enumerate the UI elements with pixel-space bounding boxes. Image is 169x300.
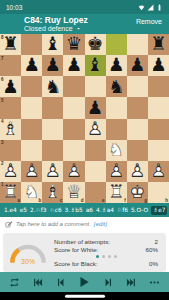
- square-h8[interactable]: ♜: [148, 34, 169, 55]
- black-pawn[interactable]: ♟: [21, 55, 42, 76]
- rank-label: 7: [1, 56, 4, 61]
- stat-value: 60%: [146, 246, 158, 253]
- stat-label: Score for Black:: [54, 260, 98, 267]
- square-e2[interactable]: [85, 161, 106, 182]
- square-a8[interactable]: 8♜: [0, 34, 21, 55]
- white-pawn[interactable]: ♙: [0, 161, 21, 182]
- square-a3[interactable]: 3: [0, 140, 21, 161]
- square-g8[interactable]: [127, 34, 148, 55]
- black-pawn[interactable]: ♟: [127, 55, 148, 76]
- white-pawn[interactable]: ♙: [42, 161, 63, 182]
- white-queen[interactable]: ♕: [63, 182, 84, 203]
- square-d3[interactable]: [63, 140, 84, 161]
- move-token[interactable]: a6: [86, 207, 93, 213]
- square-g1[interactable]: g♔: [127, 182, 148, 203]
- step-back-button[interactable]: [55, 277, 66, 288]
- black-pawn[interactable]: ♟: [106, 55, 127, 76]
- system-nav-bar: [0, 292, 169, 300]
- square-b1[interactable]: b♘: [21, 182, 42, 203]
- square-f3[interactable]: ♘: [106, 140, 127, 161]
- stat-value: 2: [155, 238, 158, 245]
- status-time: 10:03: [6, 4, 22, 11]
- square-g2[interactable]: ♙: [127, 161, 148, 182]
- square-h1[interactable]: h: [148, 182, 169, 203]
- rank-label: 5: [1, 98, 4, 103]
- move-token[interactable]: e5: [20, 207, 27, 213]
- black-king[interactable]: ♚: [85, 34, 106, 55]
- variation-selector[interactable]: Closed defence: [24, 25, 169, 32]
- square-b5[interactable]: [21, 97, 42, 118]
- step-forward-button[interactable]: [103, 277, 114, 288]
- move-token[interactable]: ♘f6: [117, 207, 128, 213]
- move-token[interactable]: 2.♘f3: [30, 207, 46, 213]
- square-f4[interactable]: [106, 119, 127, 140]
- square-d6[interactable]: [63, 76, 84, 97]
- move-token[interactable]: ♗e7: [151, 206, 167, 215]
- square-a7[interactable]: 7: [0, 55, 21, 76]
- square-c3[interactable]: [42, 140, 63, 161]
- gauge-value: 30%: [7, 258, 49, 265]
- square-e7[interactable]: ♝: [85, 55, 106, 76]
- white-pawn[interactable]: ♙: [127, 161, 148, 182]
- square-c8[interactable]: ♝: [42, 34, 63, 55]
- status-icons: [138, 4, 163, 11]
- square-e5[interactable]: ♟: [85, 97, 106, 118]
- square-f1[interactable]: f♖: [106, 182, 127, 203]
- stat-attempts: Number of attempts: 2: [54, 238, 158, 245]
- move-token[interactable]: 1.e4: [4, 207, 17, 213]
- white-pawn[interactable]: ♙: [21, 161, 42, 182]
- stat-score-white: Score for White: 60%: [54, 246, 158, 253]
- chevron-down-icon: [75, 25, 82, 32]
- header: C84: Ruy Lopez Closed defence Remove: [0, 14, 169, 34]
- square-d8[interactable]: ♛: [63, 34, 84, 55]
- square-e4[interactable]: ♙: [85, 119, 106, 140]
- score-gauge: 30%: [7, 240, 49, 266]
- square-f7[interactable]: ♟: [106, 55, 127, 76]
- square-c1[interactable]: c♗: [42, 182, 63, 203]
- white-knight[interactable]: ♘: [106, 140, 127, 161]
- square-e1[interactable]: e: [85, 182, 106, 203]
- stat-label: Score for White:: [54, 246, 98, 253]
- black-pawn[interactable]: ♟: [148, 55, 169, 76]
- square-b8[interactable]: [21, 34, 42, 55]
- square-g4[interactable]: [127, 119, 148, 140]
- black-bishop[interactable]: ♝: [42, 34, 63, 55]
- move-token[interactable]: 4.♗a4: [96, 207, 114, 213]
- black-pawn[interactable]: ♟: [42, 55, 63, 76]
- page-indicator-dots: [54, 255, 158, 259]
- move-token[interactable]: ♘c6: [50, 207, 62, 213]
- black-rook[interactable]: ♜: [0, 34, 21, 55]
- move-list: 1.e4e52.♘f3♘c63.♗b5a64.♗a4♘f65.O-O♗e7: [0, 203, 169, 217]
- wifi-icon: [138, 4, 145, 11]
- square-b3[interactable]: [21, 140, 42, 161]
- repeat-icon[interactable]: [9, 277, 20, 288]
- square-c7[interactable]: ♟: [42, 55, 63, 76]
- square-b6[interactable]: [21, 76, 42, 97]
- square-a5[interactable]: 5: [0, 97, 21, 118]
- square-d7[interactable]: ♟: [63, 55, 84, 76]
- square-e8[interactable]: ♚: [85, 34, 106, 55]
- square-g3[interactable]: [127, 140, 148, 161]
- black-pawn[interactable]: ♟: [63, 55, 84, 76]
- edit-comment-link[interactable]: [edit]: [94, 221, 107, 227]
- white-rook[interactable]: ♖: [106, 182, 127, 203]
- square-g5[interactable]: [127, 97, 148, 118]
- white-knight[interactable]: ♘: [21, 182, 42, 203]
- white-king[interactable]: ♔: [127, 182, 148, 203]
- black-knight[interactable]: ♞: [42, 76, 63, 97]
- square-a4[interactable]: 4♗: [0, 119, 21, 140]
- square-h6[interactable]: [148, 76, 169, 97]
- square-b7[interactable]: ♟: [21, 55, 42, 76]
- stat-rows: Number of attempts: 2 Score for White: 6…: [54, 238, 158, 268]
- square-d2[interactable]: ♙: [63, 161, 84, 182]
- square-f6[interactable]: ♞: [106, 76, 127, 97]
- white-pawn[interactable]: ♙: [63, 161, 84, 182]
- white-pawn[interactable]: ♙: [106, 161, 127, 182]
- battery-icon: [156, 4, 163, 11]
- square-g6[interactable]: [127, 76, 148, 97]
- square-b4[interactable]: [21, 119, 42, 140]
- cell-signal-icon: [147, 4, 154, 11]
- file-label: e: [102, 198, 105, 203]
- square-e6[interactable]: [85, 76, 106, 97]
- app-screen: 10:03 C84: Ruy Lopez Closed defence Remo…: [0, 0, 169, 300]
- remove-button[interactable]: Remove: [136, 18, 162, 25]
- square-c2[interactable]: ♙: [42, 161, 63, 182]
- white-bishop[interactable]: ♗: [42, 182, 63, 203]
- square-h5[interactable]: [148, 97, 169, 118]
- rank-label: 3: [1, 140, 4, 145]
- square-f5[interactable]: [106, 97, 127, 118]
- stats-section: 30% Number of attempts: 2 Score for Whit…: [0, 231, 169, 272]
- square-g7[interactable]: ♟: [127, 55, 148, 76]
- square-h2[interactable]: ♙: [148, 161, 169, 182]
- square-a1[interactable]: 1a♖: [0, 182, 21, 203]
- page-dot: [102, 255, 105, 258]
- square-d4[interactable]: [63, 119, 84, 140]
- more-options-button[interactable]: [149, 277, 160, 288]
- square-f8[interactable]: [106, 34, 127, 55]
- variation-name: Closed defence: [24, 25, 73, 32]
- page-dot: [96, 255, 99, 258]
- stat-value: 0%: [149, 260, 158, 267]
- comment-hint: Tap here to add a comment.: [16, 221, 91, 227]
- black-rook[interactable]: ♜: [148, 34, 169, 55]
- white-pawn[interactable]: ♙: [85, 119, 106, 140]
- square-f2[interactable]: ♙: [106, 161, 127, 182]
- skip-to-start-button[interactable]: [32, 277, 43, 288]
- square-c6[interactable]: ♞: [42, 76, 63, 97]
- stats-card: 30% Number of attempts: 2 Score for Whit…: [3, 233, 166, 272]
- square-d1[interactable]: d♕: [63, 182, 84, 203]
- white-pawn[interactable]: ♙: [148, 161, 169, 182]
- square-d5[interactable]: [63, 97, 84, 118]
- move-token[interactable]: 3.♗b5: [65, 207, 83, 213]
- status-bar: 10:03: [0, 0, 169, 14]
- move-token[interactable]: 5.O-O: [131, 207, 148, 213]
- edit-pencil-icon: [5, 220, 13, 228]
- skip-to-end-button[interactable]: [126, 277, 137, 288]
- page-dot: [114, 255, 117, 258]
- home-indicator[interactable]: [65, 295, 105, 298]
- square-e3[interactable]: [85, 140, 106, 161]
- chess-board: 8♜♝♛♚♜7♟♟♟♝♟♟♟6♟♞♞5♟4♗♙3♘2♙♙♙♙♙♙♙1a♖b♘c♗…: [0, 34, 169, 203]
- playback-toolbar: [0, 272, 169, 292]
- white-bishop[interactable]: ♗: [0, 119, 21, 140]
- black-knight[interactable]: ♞: [106, 76, 127, 97]
- white-rook[interactable]: ♖: [0, 182, 21, 203]
- page-dot: [108, 255, 111, 258]
- square-c5[interactable]: [42, 97, 63, 118]
- square-a2[interactable]: 2♙: [0, 161, 21, 182]
- play-button[interactable]: [77, 275, 91, 289]
- square-h7[interactable]: ♟: [148, 55, 169, 76]
- comment-row[interactable]: Tap here to add a comment. [edit]: [0, 217, 169, 231]
- black-pawn[interactable]: ♟: [0, 76, 21, 97]
- black-queen[interactable]: ♛: [63, 34, 84, 55]
- black-pawn[interactable]: ♟: [85, 97, 106, 118]
- square-h4[interactable]: [148, 119, 169, 140]
- square-b2[interactable]: ♙: [21, 161, 42, 182]
- file-label: h: [165, 198, 168, 203]
- black-bishop[interactable]: ♝: [85, 55, 106, 76]
- square-a6[interactable]: 6♟: [0, 76, 21, 97]
- square-h3[interactable]: [148, 140, 169, 161]
- square-c4[interactable]: [42, 119, 63, 140]
- stat-score-black: Score for Black: 0%: [54, 260, 158, 267]
- stat-label: Number of attempts:: [54, 238, 110, 245]
